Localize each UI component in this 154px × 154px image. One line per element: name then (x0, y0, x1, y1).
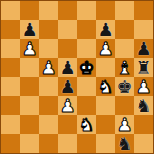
white-king-e5[interactable]: ♚ (78, 58, 94, 77)
black-knight-g1[interactable]: ♞ (116, 134, 132, 153)
square-h4[interactable]: ♟ (134, 77, 153, 96)
square-f4[interactable]: ♞ (96, 77, 115, 96)
white-pawn-c5[interactable]: ♟ (40, 58, 56, 77)
square-c2[interactable] (39, 115, 58, 134)
black-pawn-d5[interactable]: ♟ (59, 58, 75, 77)
square-f5[interactable] (96, 58, 115, 77)
square-g8[interactable] (115, 1, 134, 20)
square-c3[interactable] (39, 96, 58, 115)
square-c8[interactable] (39, 1, 58, 20)
square-e5[interactable]: ♚ (77, 58, 96, 77)
square-d6[interactable] (58, 39, 77, 58)
black-rook-h5[interactable]: ♜ (135, 58, 151, 77)
black-knight-h3[interactable]: ♞ (135, 96, 151, 115)
square-f7[interactable]: ♟ (96, 20, 115, 39)
black-pawn-b7[interactable]: ♟ (21, 20, 37, 39)
square-h7[interactable] (134, 20, 153, 39)
square-a8[interactable] (1, 1, 20, 20)
square-d5[interactable]: ♟ (58, 58, 77, 77)
square-c1[interactable] (39, 134, 58, 153)
square-e1[interactable] (77, 134, 96, 153)
square-d4[interactable]: ♟ (58, 77, 77, 96)
square-d7[interactable] (58, 20, 77, 39)
square-a3[interactable] (1, 96, 20, 115)
square-d3[interactable]: ♟ (58, 96, 77, 115)
square-b6[interactable]: ♟ (20, 39, 39, 58)
square-f8[interactable] (96, 1, 115, 20)
square-b1[interactable] (20, 134, 39, 153)
square-e4[interactable] (77, 77, 96, 96)
square-d1[interactable] (58, 134, 77, 153)
square-b3[interactable] (20, 96, 39, 115)
square-f2[interactable] (96, 115, 115, 134)
square-b8[interactable] (20, 1, 39, 20)
square-a2[interactable] (1, 115, 20, 134)
square-b4[interactable] (20, 77, 39, 96)
square-d2[interactable] (58, 115, 77, 134)
square-g6[interactable] (115, 39, 134, 58)
white-knight-f4[interactable]: ♞ (97, 77, 113, 96)
square-h3[interactable]: ♞ (134, 96, 153, 115)
square-g7[interactable] (115, 20, 134, 39)
black-king-g4[interactable]: ♚ (116, 77, 132, 96)
white-knight-e2[interactable]: ♞ (78, 115, 94, 134)
chess-board: ♟♟♟♟♟♟♟♚♝♜♟♞♚♟♟♞♞♟♞ (0, 0, 154, 154)
square-e3[interactable] (77, 96, 96, 115)
square-h1[interactable] (134, 134, 153, 153)
white-pawn-g2[interactable]: ♟ (116, 115, 132, 134)
square-a5[interactable] (1, 58, 20, 77)
square-b2[interactable] (20, 115, 39, 134)
black-pawn-f7[interactable]: ♟ (97, 20, 113, 39)
square-e8[interactable] (77, 1, 96, 20)
square-f6[interactable]: ♟ (96, 39, 115, 58)
square-b7[interactable]: ♟ (20, 20, 39, 39)
square-h6[interactable]: ♟ (134, 39, 153, 58)
square-b5[interactable] (20, 58, 39, 77)
square-a7[interactable] (1, 20, 20, 39)
square-c5[interactable]: ♟ (39, 58, 58, 77)
square-c4[interactable] (39, 77, 58, 96)
white-pawn-d3[interactable]: ♟ (59, 96, 75, 115)
white-pawn-b6[interactable]: ♟ (21, 39, 37, 58)
white-bishop-g5[interactable]: ♝ (116, 58, 132, 77)
square-f3[interactable] (96, 96, 115, 115)
square-h8[interactable] (134, 1, 153, 20)
square-g5[interactable]: ♝ (115, 58, 134, 77)
square-g1[interactable]: ♞ (115, 134, 134, 153)
black-pawn-h6[interactable]: ♟ (135, 39, 151, 58)
square-c7[interactable] (39, 20, 58, 39)
square-h2[interactable] (134, 115, 153, 134)
square-g2[interactable]: ♟ (115, 115, 134, 134)
square-h5[interactable]: ♜ (134, 58, 153, 77)
square-e7[interactable] (77, 20, 96, 39)
square-a1[interactable] (1, 134, 20, 153)
square-a6[interactable] (1, 39, 20, 58)
white-pawn-f6[interactable]: ♟ (97, 39, 113, 58)
square-e6[interactable] (77, 39, 96, 58)
black-pawn-d4[interactable]: ♟ (59, 77, 75, 96)
square-d8[interactable] (58, 1, 77, 20)
square-c6[interactable] (39, 39, 58, 58)
square-f1[interactable] (96, 134, 115, 153)
square-g4[interactable]: ♚ (115, 77, 134, 96)
square-e2[interactable]: ♞ (77, 115, 96, 134)
square-g3[interactable] (115, 96, 134, 115)
square-a4[interactable] (1, 77, 20, 96)
white-pawn-h4[interactable]: ♟ (135, 77, 151, 96)
